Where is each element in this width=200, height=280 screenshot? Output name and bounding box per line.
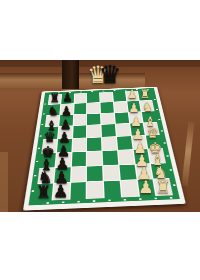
square: [73, 104, 86, 115]
square: [61, 94, 74, 104]
square: [118, 150, 134, 165]
table-highlight-left: [0, 152, 8, 212]
square: [87, 166, 103, 182]
board-margin: [23, 87, 186, 211]
square: [148, 149, 165, 164]
square: [101, 125, 115, 137]
square: [87, 93, 99, 103]
square: [104, 181, 121, 198]
square: [70, 167, 86, 183]
square: [35, 184, 53, 201]
board-border: [28, 88, 179, 205]
product-photo[interactable]: ♛ ♛ ♜♞♝♛♚♝♞♜♟♟♟♟♟♟♟♟♟♟♟♟♟♟♟♟♜♞♝♛♚♝♞♜: [0, 0, 200, 280]
extra-black-queen-piece: ♛: [99, 62, 121, 87]
square: [54, 167, 70, 183]
square: [59, 115, 73, 127]
square: [125, 91, 139, 101]
square: [119, 165, 136, 181]
square: [45, 115, 59, 127]
square: [146, 135, 163, 148]
square: [154, 179, 173, 196]
square: [151, 163, 169, 179]
square: [55, 153, 71, 168]
square: [43, 127, 58, 140]
square: [72, 126, 86, 139]
square: [128, 112, 143, 124]
square: [138, 91, 152, 101]
square: [56, 139, 71, 153]
square: [87, 114, 100, 126]
square: [103, 165, 119, 181]
square: [46, 105, 60, 116]
square: [127, 101, 141, 112]
square: [58, 127, 72, 140]
square: [113, 102, 127, 113]
wooden-box-post: [62, 60, 79, 89]
square: [37, 168, 54, 184]
square: [135, 164, 153, 180]
square: [144, 123, 160, 135]
square: [114, 113, 128, 125]
square: [71, 152, 86, 167]
square: [101, 113, 115, 125]
square: [87, 182, 103, 199]
square: [131, 136, 147, 149]
square: [39, 153, 55, 168]
square: [115, 124, 130, 136]
square: [87, 138, 101, 152]
square: [52, 183, 69, 200]
board-grid: [35, 91, 173, 202]
square: [73, 114, 86, 126]
square: [102, 137, 117, 150]
square: [133, 149, 150, 164]
photo-scene: ♛ ♛ ♜♞♝♛♚♝♞♜♟♟♟♟♟♟♟♟♟♟♟♟♟♟♟♟♜♞♝♛♚♝♞♜: [0, 60, 200, 212]
chess-board: [23, 87, 186, 211]
square: [48, 94, 61, 104]
square: [130, 124, 145, 136]
square: [100, 92, 113, 102]
square: [87, 125, 101, 138]
square: [87, 103, 100, 114]
square: [102, 151, 117, 166]
square: [120, 181, 138, 198]
square: [137, 180, 155, 197]
square: [112, 92, 125, 102]
square: [74, 93, 86, 103]
square: [116, 137, 131, 150]
square: [87, 151, 102, 166]
square: [100, 102, 113, 113]
square: [140, 101, 155, 112]
square: [70, 183, 86, 200]
square: [60, 104, 73, 115]
square: [142, 111, 157, 123]
square: [41, 140, 56, 154]
square: [72, 138, 86, 152]
